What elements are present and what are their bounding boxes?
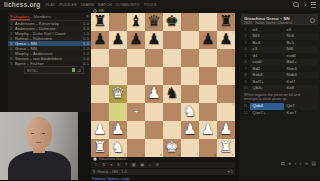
piece-black-knight[interactable]: ♞ — [163, 85, 181, 103]
square-a6[interactable] — [91, 49, 109, 67]
game-subtitle: 1620 · Italian Game, Classical — [244, 21, 315, 25]
study-toolbar: ≡⇅●↻?▦▣♪⚙ — [91, 162, 235, 168]
square-d1[interactable]: d — [145, 139, 163, 157]
square-c7[interactable]: ♟ — [127, 31, 145, 49]
square-f5[interactable] — [181, 67, 199, 85]
rank-label: 3 — [232, 104, 234, 108]
move-row: 12Qxe7+Kxe7 — [241, 110, 318, 117]
square-e7[interactable] — [163, 31, 181, 49]
rank-label: 1 — [232, 140, 234, 144]
gear-icon[interactable]: ⚙ — [155, 162, 159, 168]
square-c5[interactable] — [127, 67, 145, 85]
square-g4[interactable] — [199, 85, 217, 103]
record-icon[interactable]: ● — [110, 162, 113, 168]
square-e4[interactable]: ♞ — [163, 85, 181, 103]
move-number: 12 — [241, 110, 250, 117]
square-c1[interactable]: c — [127, 139, 145, 157]
webcam-overlay — [0, 112, 78, 180]
square-e2[interactable] — [163, 121, 181, 139]
square-d2[interactable] — [145, 121, 163, 139]
menu-icon[interactable]: ≡ — [95, 162, 97, 168]
square-h8[interactable]: ♜8 — [217, 13, 235, 31]
piece-black-pawn[interactable]: ♟ — [199, 31, 217, 49]
chapters-tabs: 9 chaptersMembers≡ — [8, 13, 91, 21]
sync-on-indicator — [72, 68, 75, 71]
square-h5[interactable]: 5 — [217, 67, 235, 85]
presenter-eye — [31, 133, 34, 134]
square-f2[interactable]: ♟ — [181, 121, 199, 139]
chess-board[interactable]: ♜♝♛♚♜8♟♟♟♟♟♟765♛♟♞4+♞3♟♟♟♟♟2♜a♞bcd♚efg♜h… — [91, 13, 235, 157]
piece-black-pawn[interactable]: ♟ — [145, 31, 163, 49]
square-c3[interactable]: + — [127, 103, 145, 121]
search-icon[interactable] — [293, 2, 299, 8]
piece-black-pawn[interactable]: ♟ — [91, 31, 109, 49]
square-g7[interactable]: ♟ — [199, 31, 217, 49]
rank-label: 2 — [232, 122, 234, 126]
piece-white-pawn[interactable]: ♟ — [199, 121, 217, 139]
nav-right-icons: × — [293, 2, 316, 8]
game-header[interactable]: Gioachino Greco – NN 1620 · Italian Game… — [241, 14, 318, 25]
piece-black-king[interactable]: ♚ — [163, 13, 181, 31]
nav-item-play[interactable]: Play — [46, 0, 56, 10]
flip-icon[interactable]: ⇅ — [102, 162, 106, 168]
square-d8[interactable]: ♛ — [145, 13, 163, 31]
square-e1[interactable]: ♚e — [163, 139, 181, 157]
square-h7[interactable]: ♟7 — [217, 31, 235, 49]
square-a5[interactable] — [91, 67, 109, 85]
chapter-list: 1Anderssen – Kieseritzky1-02Anderssen – … — [8, 21, 91, 66]
bottom-player-name: Gioachino Greco — [99, 157, 126, 161]
square-f6[interactable] — [181, 49, 199, 67]
square-f3[interactable]: ♞ — [181, 103, 199, 121]
square-a8[interactable]: ♜ — [91, 13, 109, 31]
rank-label: 6 — [232, 50, 234, 54]
presenter-head — [26, 117, 52, 149]
rank-label: 7 — [232, 32, 234, 36]
square-c6[interactable] — [127, 49, 145, 67]
swap-icon[interactable]: ⇄ — [77, 68, 81, 73]
chapter-number: 9 — [10, 61, 13, 66]
tab-members[interactable]: Members — [34, 14, 51, 20]
move-white[interactable]: Qxe7+ — [250, 110, 284, 117]
piece-white-pawn[interactable]: ♟ — [145, 85, 163, 103]
prev-move-icon[interactable]: ‹ — [295, 160, 297, 167]
square-a3[interactable] — [91, 103, 109, 121]
square-e6[interactable] — [163, 49, 181, 67]
square-a2[interactable]: ♟ — [91, 121, 109, 139]
move-comment: White regains the piece on b4 and emerge… — [241, 92, 318, 104]
square-b6[interactable] — [109, 49, 127, 67]
challenge-icon[interactable]: × — [303, 2, 307, 8]
tabs-menu-icon[interactable]: ≡ — [86, 14, 89, 19]
square-d4[interactable]: ♟ — [145, 85, 163, 103]
square-b8[interactable] — [109, 13, 127, 31]
like-count: 5 — [231, 169, 233, 174]
square-c8[interactable]: ♝ — [127, 13, 145, 31]
square-b2[interactable]: ♟ — [109, 121, 127, 139]
square-g6[interactable] — [199, 49, 217, 67]
square-a1[interactable]: ♜a — [91, 139, 109, 157]
square-b3[interactable] — [109, 103, 127, 121]
chapter-status-text: 5. Greco – NN · 1-0 — [93, 169, 127, 174]
lichess-logo[interactable]: lichess.org — [4, 0, 41, 10]
square-f7[interactable] — [181, 31, 199, 49]
move-number: 10 — [241, 85, 250, 92]
sync-label: SYNC — [27, 68, 38, 73]
cycle-icon[interactable]: ↻ — [117, 162, 121, 168]
square-g1[interactable]: g — [199, 139, 217, 157]
square-d7[interactable]: ♟ — [145, 31, 163, 49]
square-f8[interactable] — [181, 13, 199, 31]
square-d5[interactable] — [145, 67, 163, 85]
mouse-cursor: + — [127, 103, 145, 121]
square-h6[interactable]: 6 — [217, 49, 235, 67]
square-f4[interactable] — [181, 85, 199, 103]
study-link[interactable]: Famous Games study — [92, 176, 130, 181]
help-icon[interactable]: ? — [125, 162, 127, 168]
tab-9-chapters[interactable]: 9 chapters — [10, 14, 30, 20]
square-b5[interactable] — [109, 67, 127, 85]
lichess-page: lichess.org PlayPuzzlesLearnWatchCommuni… — [0, 0, 320, 180]
gear-icon[interactable] — [310, 18, 316, 24]
presenter-torso — [8, 151, 71, 180]
flip-board-icon[interactable]: ⇄ — [281, 160, 285, 167]
piece-black-pawn[interactable]: ♟ — [127, 31, 145, 49]
square-h2[interactable]: ♟2 — [217, 121, 235, 139]
piece-white-queen[interactable]: ♛ — [109, 85, 127, 103]
like-button[interactable]: ♥ 5 — [227, 169, 233, 174]
white-color-icon — [93, 157, 97, 161]
square-g2[interactable]: ♟ — [199, 121, 217, 139]
square-e5[interactable] — [163, 67, 181, 85]
presenter-mouth — [36, 142, 41, 143]
hamburger-icon[interactable] — [311, 2, 316, 8]
piece-black-pawn[interactable]: ♟ — [109, 31, 127, 49]
square-h3[interactable]: 3 — [217, 103, 235, 121]
piece-black-bishop[interactable]: ♝ — [127, 13, 145, 31]
square-b7[interactable]: ♟ — [109, 31, 127, 49]
square-d6[interactable] — [145, 49, 163, 67]
bottom-player-bar: Gioachino Greco — [91, 157, 235, 161]
square-e8[interactable]: ♚ — [163, 13, 181, 31]
next-move-icon[interactable]: › — [300, 160, 302, 167]
square-b1[interactable]: ♞b — [109, 139, 127, 157]
square-g8[interactable] — [199, 13, 217, 31]
square-g5[interactable] — [199, 67, 217, 85]
move-black[interactable]: Kxe7 — [284, 110, 318, 117]
move-list: 1e4e52Nf3Nc63Bc4Bc54c3Nf65d4exd46cxd4Bb4… — [241, 27, 318, 117]
sound-icon[interactable]: ♪ — [149, 162, 151, 168]
move-row: 10Qb3+Ke8 — [241, 85, 318, 92]
square-h1[interactable]: ♜h1 — [217, 139, 235, 157]
move-controls: ⇄«‹›»▤ — [281, 160, 316, 167]
square-h4[interactable]: 4 — [217, 85, 235, 103]
rank-label: 4 — [232, 86, 234, 90]
square-c2[interactable] — [127, 121, 145, 139]
rank-label: 8 — [232, 14, 234, 18]
sync-box[interactable]: SYNC ⇄ — [24, 66, 84, 74]
move-black[interactable]: Ke8 — [284, 85, 318, 92]
square-c4[interactable] — [127, 85, 145, 103]
square-d3[interactable] — [145, 103, 163, 121]
last-move-icon[interactable]: » — [305, 160, 308, 167]
piece-black-queen[interactable]: ♛ — [145, 13, 163, 31]
analysis-panel: Gioachino Greco – NN 1620 · Italian Game… — [239, 13, 320, 180]
piece-black-rook[interactable]: ♜ — [91, 13, 109, 31]
square-e3[interactable] — [163, 103, 181, 121]
nav-item-puzzles[interactable]: Puzzles — [59, 0, 77, 10]
piece-white-knight[interactable]: ♞ — [181, 103, 199, 121]
piece-white-pawn[interactable]: ♟ — [181, 121, 199, 139]
chapter-status-bar: 5. Greco – NN · 1-0 ♥ 5 — [91, 169, 235, 175]
square-g3[interactable] — [199, 103, 217, 121]
board-icon[interactable]: ▦ — [132, 162, 136, 168]
square-a4[interactable] — [91, 85, 109, 103]
square-a7[interactable]: ♟ — [91, 31, 109, 49]
presenter-eye — [42, 133, 45, 134]
square-f1[interactable]: f — [181, 139, 199, 157]
piece-white-pawn[interactable]: ♟ — [109, 121, 127, 139]
move-white[interactable]: Qb3+ — [250, 85, 284, 92]
piece-white-pawn[interactable]: ♟ — [91, 121, 109, 139]
board-menu-icon[interactable]: ▤ — [311, 160, 316, 167]
first-move-icon[interactable]: « — [288, 160, 291, 167]
rank-label: 5 — [232, 68, 234, 72]
screen-icon[interactable]: ▣ — [140, 162, 144, 168]
square-b4[interactable]: ♛ — [109, 85, 127, 103]
